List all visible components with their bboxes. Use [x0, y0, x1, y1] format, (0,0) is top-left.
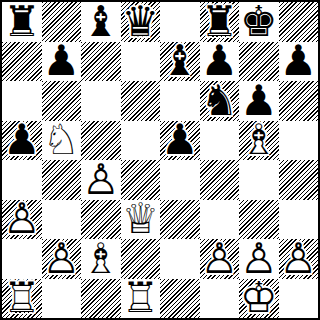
square-g2[interactable]: ♟♙ [239, 239, 279, 279]
square-c1[interactable] [81, 279, 121, 319]
black-king: ♚ [239, 2, 279, 42]
square-a4[interactable] [2, 160, 42, 200]
white-bishop-fill: ♝ [81, 239, 121, 279]
white-pawn-fill: ♟ [2, 200, 42, 240]
square-d7[interactable] [121, 42, 161, 82]
white-bishop: ♗ [239, 121, 279, 161]
square-f3[interactable] [200, 200, 240, 240]
square-g7[interactable] [239, 42, 279, 82]
black-pawn: ♟ [200, 42, 240, 82]
square-b5[interactable]: ♞♘ [42, 121, 82, 161]
square-b3[interactable] [42, 200, 82, 240]
square-d4[interactable] [121, 160, 161, 200]
square-d6[interactable] [121, 81, 161, 121]
white-pawn-fill: ♟ [239, 239, 279, 279]
square-f6[interactable]: ♞ [200, 81, 240, 121]
white-king: ♔ [239, 279, 279, 319]
square-f5[interactable] [200, 121, 240, 161]
square-a7[interactable] [2, 42, 42, 82]
square-a8[interactable]: ♜ [2, 2, 42, 42]
square-c5[interactable] [81, 121, 121, 161]
black-bishop: ♝ [81, 2, 121, 42]
square-f8[interactable]: ♜ [200, 2, 240, 42]
square-a1[interactable]: ♜♖ [2, 279, 42, 319]
square-h4[interactable] [279, 160, 319, 200]
white-bishop: ♗ [81, 239, 121, 279]
square-b1[interactable] [42, 279, 82, 319]
square-h3[interactable] [279, 200, 319, 240]
chess-board: ♜♝♛♜♚♟♝♟♟♞♟♟♞♘♟♝♗♟♙♟♙♛♕♟♙♝♗♟♙♟♙♟♙♜♖♜♖♚♔ [0, 0, 320, 320]
square-f4[interactable] [200, 160, 240, 200]
square-e8[interactable] [160, 2, 200, 42]
square-c8[interactable]: ♝ [81, 2, 121, 42]
square-e6[interactable] [160, 81, 200, 121]
square-g1[interactable]: ♚♔ [239, 279, 279, 319]
square-a6[interactable] [2, 81, 42, 121]
square-g5[interactable]: ♝♗ [239, 121, 279, 161]
black-rook: ♜ [2, 2, 42, 42]
square-h1[interactable] [279, 279, 319, 319]
black-queen: ♛ [121, 2, 161, 42]
white-pawn: ♙ [200, 239, 240, 279]
square-d5[interactable] [121, 121, 161, 161]
square-b8[interactable] [42, 2, 82, 42]
white-knight-fill: ♞ [42, 121, 82, 161]
square-e7[interactable]: ♝ [160, 42, 200, 82]
black-rook: ♜ [200, 2, 240, 42]
square-d1[interactable]: ♜♖ [121, 279, 161, 319]
white-pawn: ♙ [2, 200, 42, 240]
black-pawn: ♟ [160, 121, 200, 161]
square-h5[interactable] [279, 121, 319, 161]
square-e1[interactable] [160, 279, 200, 319]
square-h6[interactable] [279, 81, 319, 121]
white-knight: ♘ [42, 121, 82, 161]
square-g3[interactable] [239, 200, 279, 240]
square-a2[interactable] [2, 239, 42, 279]
square-e4[interactable] [160, 160, 200, 200]
square-h2[interactable]: ♟♙ [279, 239, 319, 279]
white-rook: ♖ [2, 279, 42, 319]
black-pawn: ♟ [279, 42, 319, 82]
square-b6[interactable] [42, 81, 82, 121]
square-c2[interactable]: ♝♗ [81, 239, 121, 279]
white-rook-fill: ♜ [2, 279, 42, 319]
square-c7[interactable] [81, 42, 121, 82]
square-b2[interactable]: ♟♙ [42, 239, 82, 279]
square-e2[interactable] [160, 239, 200, 279]
black-knight: ♞ [200, 81, 240, 121]
square-e3[interactable] [160, 200, 200, 240]
square-c3[interactable] [81, 200, 121, 240]
square-f1[interactable] [200, 279, 240, 319]
white-king-fill: ♚ [239, 279, 279, 319]
white-bishop-fill: ♝ [239, 121, 279, 161]
white-rook: ♖ [121, 279, 161, 319]
square-d8[interactable]: ♛ [121, 2, 161, 42]
white-queen: ♕ [121, 200, 161, 240]
square-e5[interactable]: ♟ [160, 121, 200, 161]
white-pawn: ♙ [239, 239, 279, 279]
white-pawn-fill: ♟ [42, 239, 82, 279]
square-f7[interactable]: ♟ [200, 42, 240, 82]
white-pawn-fill: ♟ [81, 160, 121, 200]
square-a5[interactable]: ♟ [2, 121, 42, 161]
square-g4[interactable] [239, 160, 279, 200]
white-pawn: ♙ [279, 239, 319, 279]
square-c4[interactable]: ♟♙ [81, 160, 121, 200]
black-pawn: ♟ [239, 81, 279, 121]
black-pawn: ♟ [42, 42, 82, 82]
white-pawn-fill: ♟ [200, 239, 240, 279]
square-g8[interactable]: ♚ [239, 2, 279, 42]
white-rook-fill: ♜ [121, 279, 161, 319]
white-pawn: ♙ [81, 160, 121, 200]
square-h8[interactable] [279, 2, 319, 42]
square-c6[interactable] [81, 81, 121, 121]
square-g6[interactable]: ♟ [239, 81, 279, 121]
square-d2[interactable] [121, 239, 161, 279]
square-b7[interactable]: ♟ [42, 42, 82, 82]
square-d3[interactable]: ♛♕ [121, 200, 161, 240]
black-bishop: ♝ [160, 42, 200, 82]
square-f2[interactable]: ♟♙ [200, 239, 240, 279]
square-b4[interactable] [42, 160, 82, 200]
square-h7[interactable]: ♟ [279, 42, 319, 82]
white-pawn-fill: ♟ [279, 239, 319, 279]
white-queen-fill: ♛ [121, 200, 161, 240]
black-pawn: ♟ [2, 121, 42, 161]
square-a3[interactable]: ♟♙ [2, 200, 42, 240]
white-pawn: ♙ [42, 239, 82, 279]
